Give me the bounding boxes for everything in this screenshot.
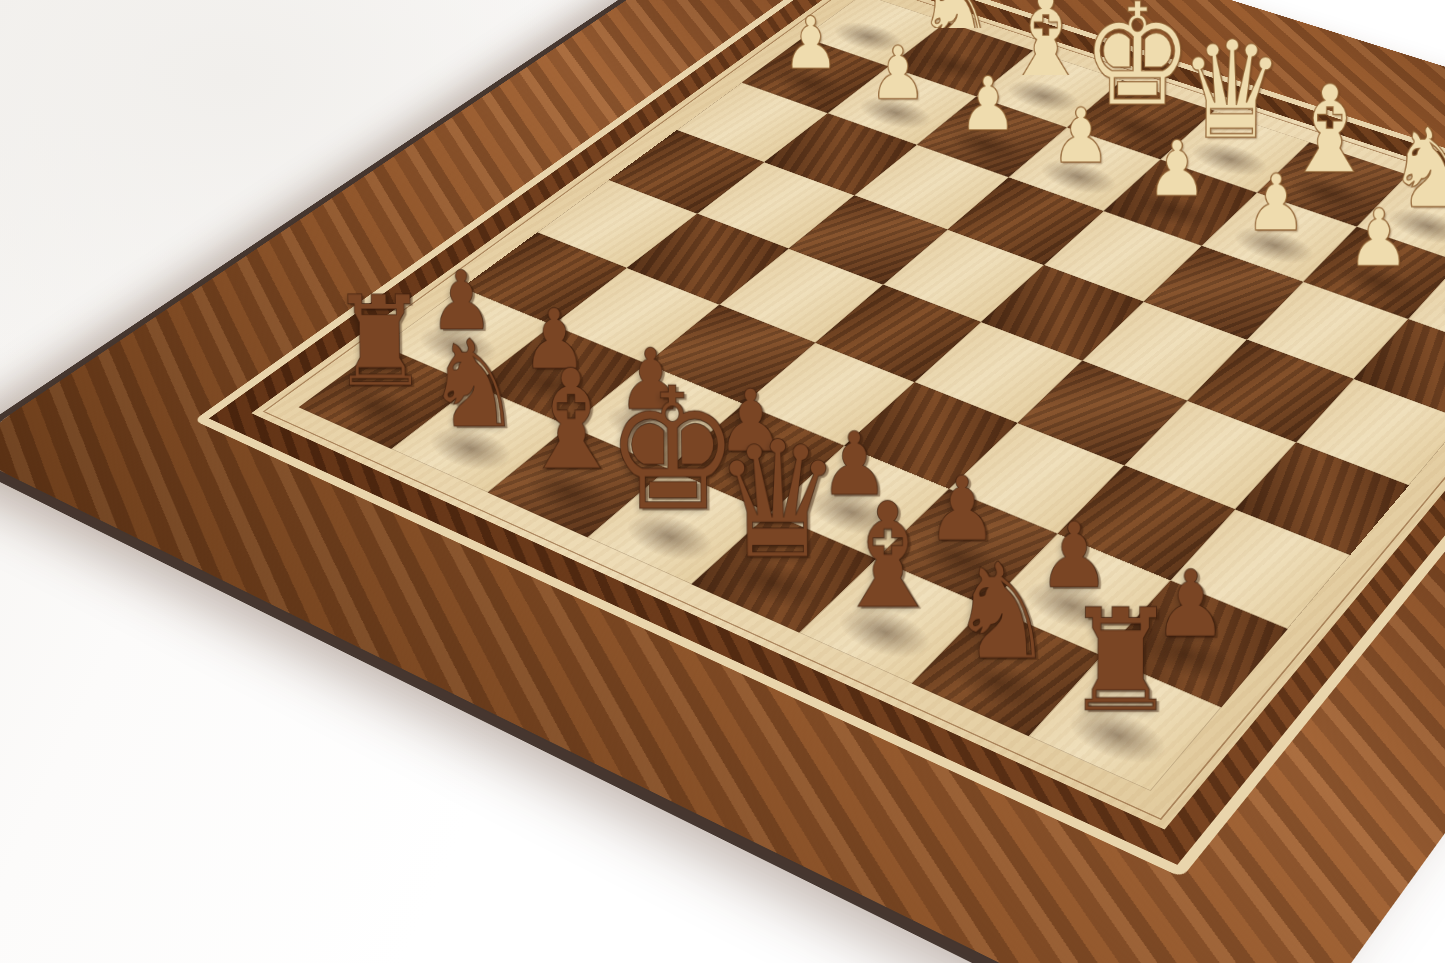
pawn-glyph: ♟ xyxy=(1146,133,1207,206)
pawn-glyph: ♟ xyxy=(782,9,839,78)
rook-glyph: ♜ xyxy=(1063,594,1177,729)
rook-glyph: ♜ xyxy=(829,0,912,33)
square-f5[interactable] xyxy=(719,249,883,343)
pawn-glyph: ♟ xyxy=(869,39,927,109)
pawn-glyph: ♟ xyxy=(1051,100,1111,172)
knight-glyph: ♞ xyxy=(424,328,522,443)
product-photo-stage: ♜♞♝♚♛♝♞♜♟♟♟♟♟♟♟♟♟♟♟♟♟♟♟♟♜♞♝♚♛♝♞♜ xyxy=(0,0,1445,963)
chess-board-scene: ♜♞♝♚♛♝♞♜♟♟♟♟♟♟♟♟♟♟♟♟♟♟♟♟♜♞♝♚♛♝♞♜ xyxy=(0,0,1445,963)
pawn-glyph: ♟ xyxy=(958,69,1017,140)
bishop-glyph: ♝ xyxy=(829,488,945,626)
pawn-glyph: ♟ xyxy=(1346,201,1410,277)
queen-glyph: ♛ xyxy=(713,424,842,577)
rook-glyph: ♜ xyxy=(329,283,430,402)
knight-glyph: ♞ xyxy=(948,550,1054,676)
knight-glyph: ♞ xyxy=(916,0,996,62)
board-frame: ♜♞♝♚♛♝♞♜♟♟♟♟♟♟♟♟♟♟♟♟♟♟♟♟♜♞♝♚♛♝♞♜ xyxy=(0,0,1445,963)
pawn-glyph: ♟ xyxy=(1245,166,1307,240)
